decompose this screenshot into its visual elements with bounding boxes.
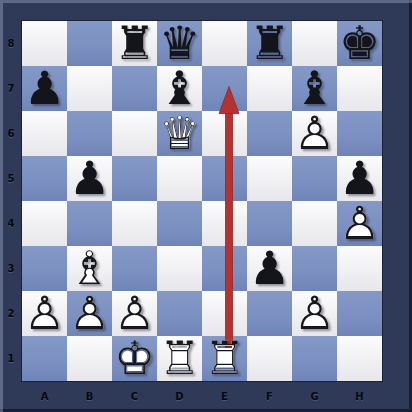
black-pawn-h5[interactable]: ♟ — [337, 156, 382, 201]
square-e6[interactable] — [202, 111, 247, 156]
black-rook-c8[interactable]: ♜ — [112, 21, 157, 66]
square-e7[interactable] — [202, 66, 247, 111]
piece-outline-glyph: ♗ — [67, 246, 112, 291]
square-a8[interactable] — [22, 21, 67, 66]
piece-outline-glyph: ♙ — [112, 291, 157, 336]
square-d3[interactable] — [157, 246, 202, 291]
square-g1[interactable] — [292, 336, 337, 381]
white-bishop-b3[interactable]: ♝♗ — [67, 246, 112, 291]
white-pawn-g6[interactable]: ♟♙ — [292, 111, 337, 156]
square-g5[interactable] — [292, 156, 337, 201]
rank-label-1: 1 — [0, 336, 22, 381]
square-a6[interactable] — [22, 111, 67, 156]
square-c3[interactable] — [112, 246, 157, 291]
white-pawn-h4[interactable]: ♟♙ — [337, 201, 382, 246]
black-queen-d8[interactable]: ♛ — [157, 21, 202, 66]
square-a1[interactable] — [22, 336, 67, 381]
square-b1[interactable] — [67, 336, 112, 381]
square-e3[interactable] — [202, 246, 247, 291]
piece-outline-glyph: ♔ — [112, 336, 157, 381]
piece-outline-glyph: ♙ — [337, 201, 382, 246]
file-label-f: F — [247, 382, 292, 410]
white-queen-d6[interactable]: ♛♕ — [157, 111, 202, 156]
piece-glyph: ♟ — [337, 156, 382, 201]
white-rook-e1[interactable]: ♜♖ — [202, 336, 247, 381]
square-h1[interactable] — [337, 336, 382, 381]
white-pawn-b2[interactable]: ♟♙ — [67, 291, 112, 336]
piece-outline-glyph: ♖ — [157, 336, 202, 381]
piece-glyph: ♟ — [22, 66, 67, 111]
square-c5[interactable] — [112, 156, 157, 201]
file-label-a: A — [22, 382, 67, 410]
square-b6[interactable] — [67, 111, 112, 156]
rank-label-5: 5 — [0, 156, 22, 201]
square-d4[interactable] — [157, 201, 202, 246]
square-f6[interactable] — [247, 111, 292, 156]
piece-outline-glyph: ♙ — [67, 291, 112, 336]
black-pawn-a7[interactable]: ♟ — [22, 66, 67, 111]
square-b8[interactable] — [67, 21, 112, 66]
black-rook-f8[interactable]: ♜ — [247, 21, 292, 66]
square-h6[interactable] — [337, 111, 382, 156]
piece-glyph: ♟ — [247, 246, 292, 291]
square-e4[interactable] — [202, 201, 247, 246]
black-king-h8[interactable]: ♚ — [337, 21, 382, 66]
white-pawn-c2[interactable]: ♟♙ — [112, 291, 157, 336]
piece-glyph: ♝ — [157, 66, 202, 111]
piece-outline-glyph: ♙ — [22, 291, 67, 336]
square-h3[interactable] — [337, 246, 382, 291]
square-c6[interactable] — [112, 111, 157, 156]
rank-label-6: 6 — [0, 111, 22, 156]
square-e2[interactable] — [202, 291, 247, 336]
square-g4[interactable] — [292, 201, 337, 246]
white-king-c1[interactable]: ♚♔ — [112, 336, 157, 381]
square-f1[interactable] — [247, 336, 292, 381]
square-a4[interactable] — [22, 201, 67, 246]
square-f4[interactable] — [247, 201, 292, 246]
square-e5[interactable] — [202, 156, 247, 201]
file-label-h: H — [337, 382, 382, 410]
black-bishop-g7[interactable]: ♝ — [292, 66, 337, 111]
piece-glyph: ♝ — [292, 66, 337, 111]
square-h2[interactable] — [337, 291, 382, 336]
square-b7[interactable] — [67, 66, 112, 111]
square-d2[interactable] — [157, 291, 202, 336]
square-b4[interactable] — [67, 201, 112, 246]
black-pawn-b5[interactable]: ♟ — [67, 156, 112, 201]
rank-label-8: 8 — [0, 21, 22, 66]
square-g8[interactable] — [292, 21, 337, 66]
rank-label-2: 2 — [0, 291, 22, 336]
square-c7[interactable] — [112, 66, 157, 111]
white-pawn-g2[interactable]: ♟♙ — [292, 291, 337, 336]
square-a3[interactable] — [22, 246, 67, 291]
file-label-e: E — [202, 382, 247, 410]
square-f2[interactable] — [247, 291, 292, 336]
piece-glyph: ♜ — [247, 21, 292, 66]
rank-label-7: 7 — [0, 66, 22, 111]
square-f5[interactable] — [247, 156, 292, 201]
black-bishop-d7[interactable]: ♝ — [157, 66, 202, 111]
file-label-g: G — [292, 382, 337, 410]
white-pawn-a2[interactable]: ♟♙ — [22, 291, 67, 336]
white-rook-d1[interactable]: ♜♖ — [157, 336, 202, 381]
square-d5[interactable] — [157, 156, 202, 201]
piece-glyph: ♚ — [337, 21, 382, 66]
file-label-d: D — [157, 382, 202, 410]
piece-glyph: ♛ — [157, 21, 202, 66]
piece-outline-glyph: ♙ — [292, 111, 337, 156]
black-pawn-f3[interactable]: ♟ — [247, 246, 292, 291]
square-e8[interactable] — [202, 21, 247, 66]
square-f7[interactable] — [247, 66, 292, 111]
square-g3[interactable] — [292, 246, 337, 291]
piece-glyph: ♟ — [67, 156, 112, 201]
file-label-b: B — [67, 382, 112, 410]
piece-outline-glyph: ♙ — [292, 291, 337, 336]
piece-glyph: ♜ — [112, 21, 157, 66]
square-h7[interactable] — [337, 66, 382, 111]
file-label-c: C — [112, 382, 157, 410]
piece-outline-glyph: ♖ — [202, 336, 247, 381]
piece-outline-glyph: ♕ — [157, 111, 202, 156]
rank-label-3: 3 — [0, 246, 22, 291]
square-c4[interactable] — [112, 201, 157, 246]
rank-label-4: 4 — [0, 201, 22, 246]
square-a5[interactable] — [22, 156, 67, 201]
